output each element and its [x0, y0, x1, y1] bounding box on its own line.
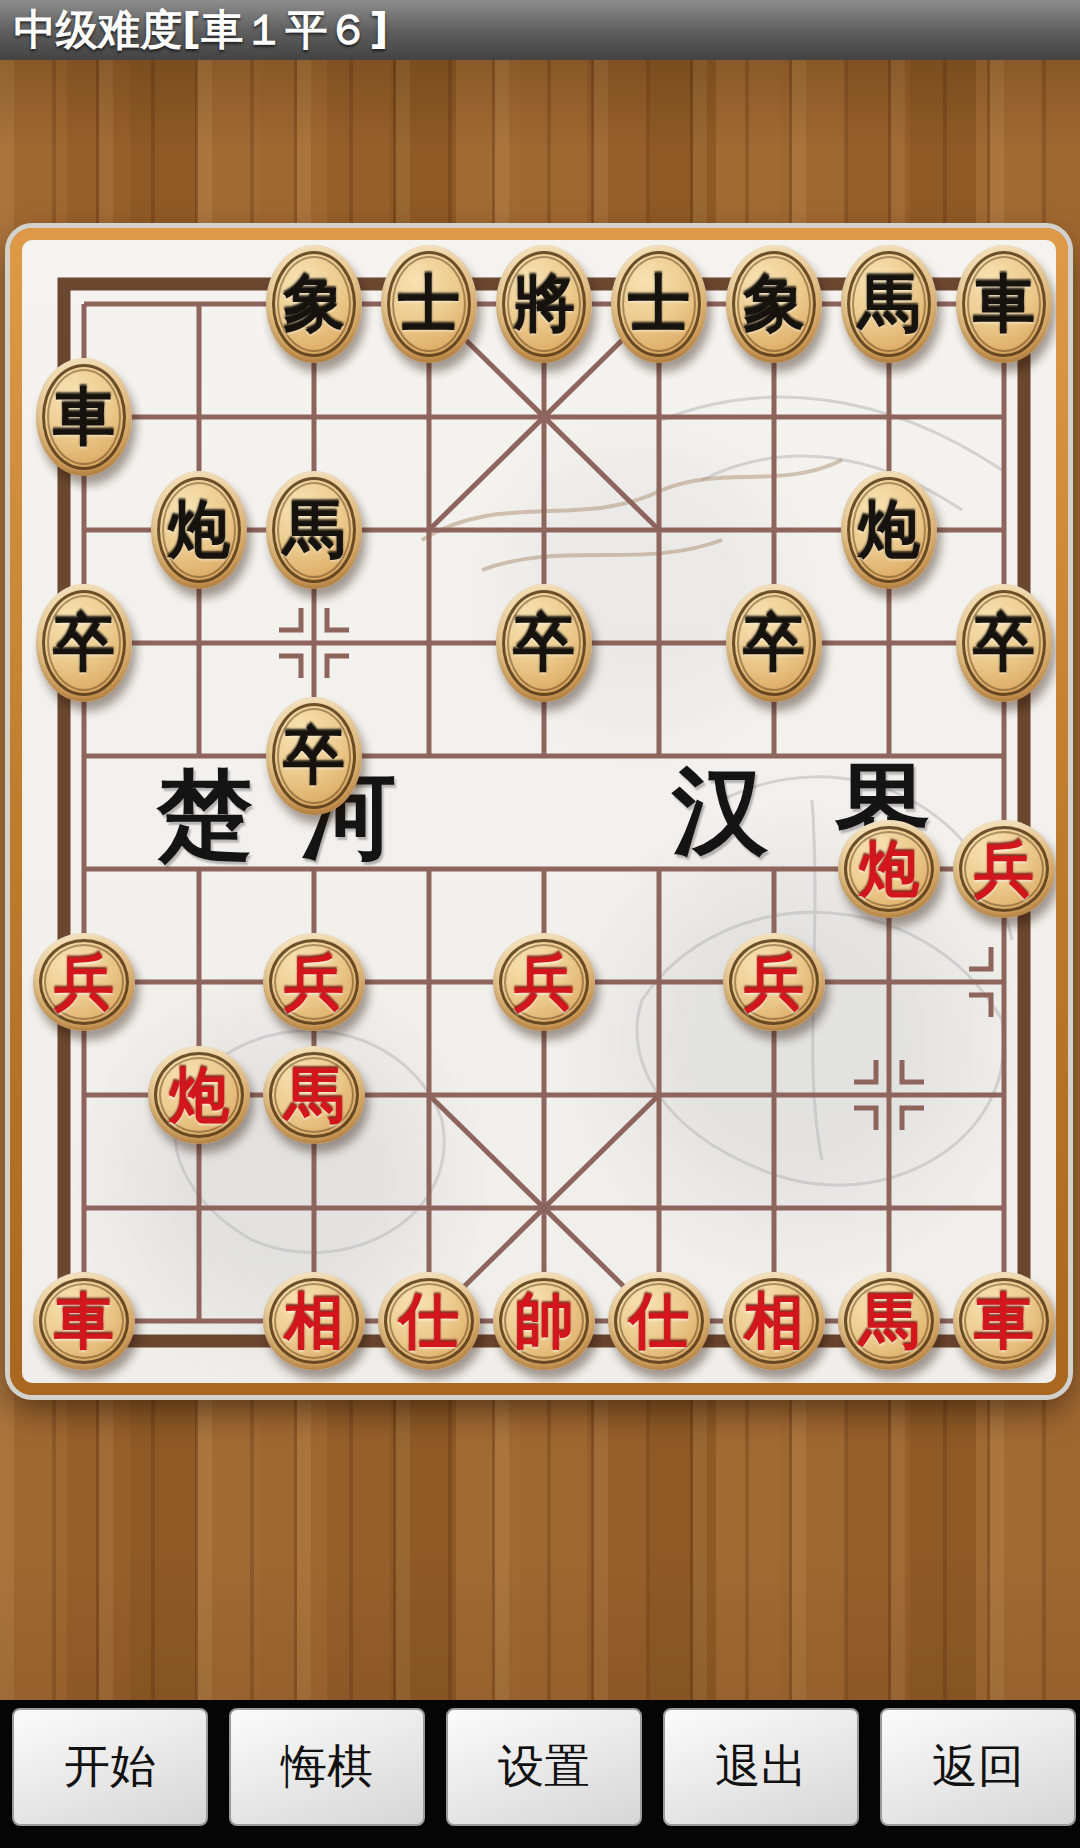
piece-glyph: 卒: [513, 612, 575, 674]
piece-black-pawn[interactable]: 卒: [496, 584, 592, 702]
piece-red-cannon[interactable]: 炮: [838, 820, 940, 918]
piece-black-cannon[interactable]: 炮: [151, 471, 247, 589]
piece-glyph: 士: [398, 273, 460, 335]
piece-red-elephant[interactable]: 相: [723, 1272, 825, 1370]
piece-black-cannon[interactable]: 炮: [841, 471, 937, 589]
piece-glyph: 兵: [514, 952, 574, 1012]
piece-glyph: 車: [974, 1291, 1034, 1351]
piece-glyph: 卒: [743, 612, 805, 674]
piece-glyph: 馬: [859, 1291, 919, 1351]
settings-button[interactable]: 设置: [446, 1708, 642, 1826]
bottom-button-bar: 开始 悔棋 设置 退出 返回: [0, 1700, 1080, 1848]
piece-red-general[interactable]: 帥: [493, 1272, 595, 1370]
piece-red-horse[interactable]: 馬: [263, 1046, 365, 1144]
piece-glyph: 象: [283, 273, 345, 335]
piece-glyph: 卒: [973, 612, 1035, 674]
piece-black-chariot[interactable]: 車: [36, 358, 132, 476]
piece-black-chariot[interactable]: 車: [956, 245, 1052, 363]
piece-red-pawn[interactable]: 兵: [723, 933, 825, 1031]
piece-red-advisor[interactable]: 仕: [378, 1272, 480, 1370]
piece-red-pawn[interactable]: 兵: [953, 820, 1055, 918]
piece-glyph: 相: [284, 1291, 344, 1351]
river-text-chu: 楚: [157, 752, 253, 882]
piece-black-elephant[interactable]: 象: [726, 245, 822, 363]
piece-glyph: 士: [628, 273, 690, 335]
piece-glyph: 車: [53, 386, 115, 448]
title-bar: 中级难度[車１平６]: [0, 0, 1080, 60]
piece-black-general[interactable]: 將: [496, 245, 592, 363]
xiangqi-board[interactable]: 楚 河 汉 界 象士將士象馬車車炮馬炮卒卒卒卒卒炮兵兵兵兵兵炮馬車相仕帥仕相馬車: [22, 240, 1056, 1383]
piece-black-advisor[interactable]: 士: [611, 245, 707, 363]
piece-glyph: 炮: [858, 499, 920, 561]
piece-glyph: 炮: [168, 499, 230, 561]
piece-black-advisor[interactable]: 士: [381, 245, 477, 363]
piece-red-pawn[interactable]: 兵: [493, 933, 595, 1031]
piece-glyph: 仕: [399, 1291, 459, 1351]
piece-glyph: 炮: [859, 839, 919, 899]
piece-red-horse[interactable]: 馬: [838, 1272, 940, 1370]
piece-glyph: 相: [744, 1291, 804, 1351]
piece-black-pawn[interactable]: 卒: [726, 584, 822, 702]
piece-glyph: 兵: [974, 839, 1034, 899]
back-button[interactable]: 返回: [880, 1708, 1076, 1826]
piece-glyph: 將: [513, 273, 575, 335]
piece-red-chariot[interactable]: 車: [953, 1272, 1055, 1370]
piece-red-pawn[interactable]: 兵: [33, 933, 135, 1031]
piece-glyph: 兵: [54, 952, 114, 1012]
piece-black-pawn[interactable]: 卒: [266, 697, 362, 815]
exit-button[interactable]: 退出: [663, 1708, 859, 1826]
piece-red-elephant[interactable]: 相: [263, 1272, 365, 1370]
piece-glyph: 卒: [53, 612, 115, 674]
piece-glyph: 馬: [284, 1065, 344, 1125]
piece-glyph: 卒: [283, 725, 345, 787]
piece-black-elephant[interactable]: 象: [266, 245, 362, 363]
piece-black-pawn[interactable]: 卒: [36, 584, 132, 702]
title-text: 中级难度[車１平６]: [14, 5, 388, 54]
piece-glyph: 象: [743, 273, 805, 335]
piece-glyph: 帥: [514, 1291, 574, 1351]
piece-glyph: 炮: [169, 1065, 229, 1125]
piece-glyph: 馬: [858, 273, 920, 335]
undo-move-button[interactable]: 悔棋: [229, 1708, 425, 1826]
piece-glyph: 馬: [283, 499, 345, 561]
piece-glyph: 仕: [629, 1291, 689, 1351]
piece-black-horse[interactable]: 馬: [841, 245, 937, 363]
piece-red-chariot[interactable]: 車: [33, 1272, 135, 1370]
xiangqi-board-frame: 楚 河 汉 界 象士將士象馬車車炮馬炮卒卒卒卒卒炮兵兵兵兵兵炮馬車相仕帥仕相馬車: [10, 228, 1068, 1395]
river-text-han: 汉: [672, 748, 768, 878]
piece-glyph: 兵: [744, 952, 804, 1012]
piece-glyph: 兵: [284, 952, 344, 1012]
piece-black-horse[interactable]: 馬: [266, 471, 362, 589]
piece-red-pawn[interactable]: 兵: [263, 933, 365, 1031]
start-button[interactable]: 开始: [12, 1708, 208, 1826]
piece-red-cannon[interactable]: 炮: [148, 1046, 250, 1144]
piece-red-advisor[interactable]: 仕: [608, 1272, 710, 1370]
piece-glyph: 車: [973, 273, 1035, 335]
piece-black-pawn[interactable]: 卒: [956, 584, 1052, 702]
piece-glyph: 車: [54, 1291, 114, 1351]
